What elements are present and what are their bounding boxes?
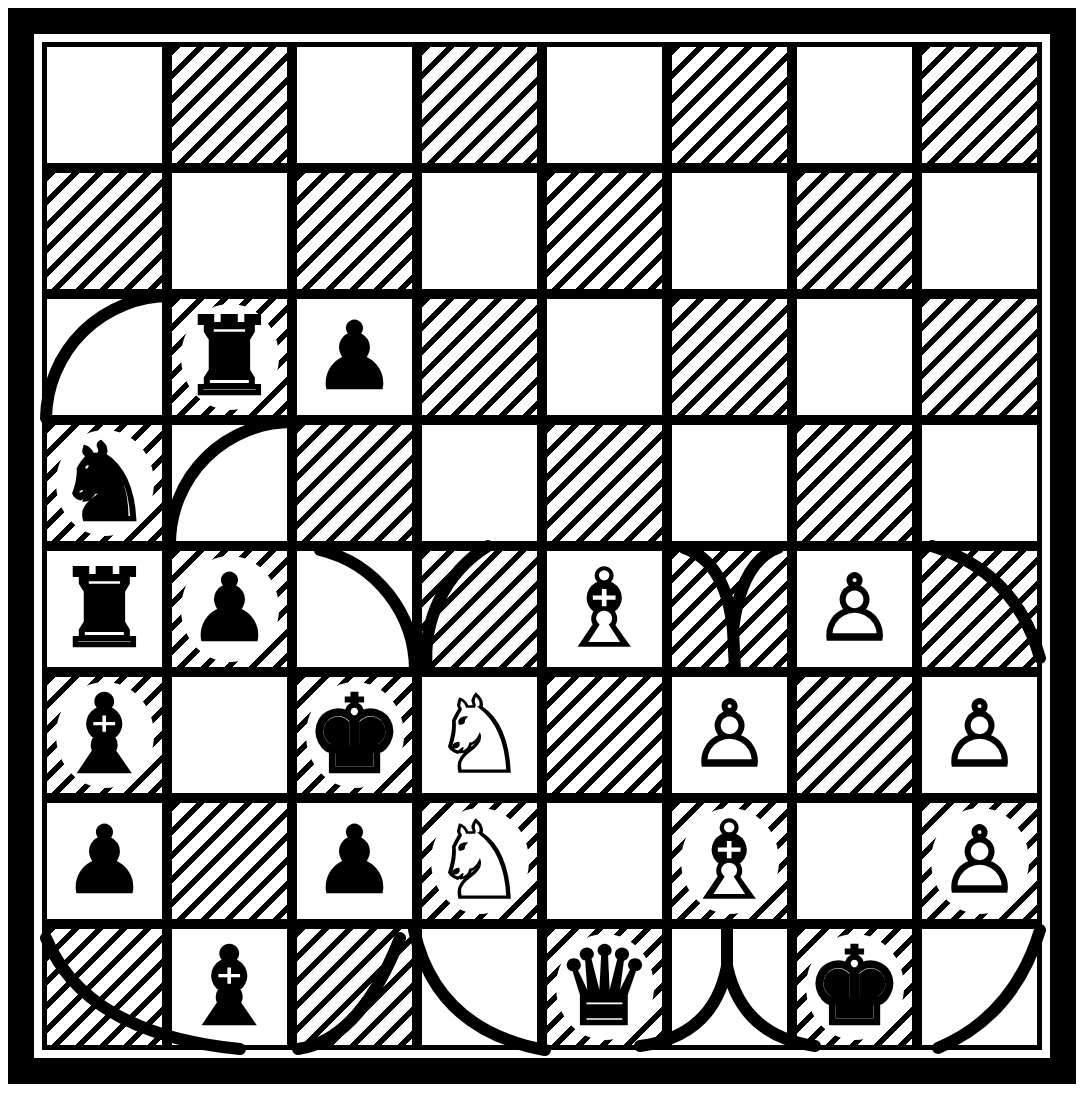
white-pawn-h2[interactable]: ♙ bbox=[922, 803, 1037, 919]
white-pawn-f3[interactable]: ♙ bbox=[672, 677, 787, 793]
square-h5[interactable] bbox=[922, 425, 1037, 541]
black-pawn-c2[interactable]: ♟ bbox=[297, 803, 412, 919]
square-c8[interactable] bbox=[297, 47, 412, 163]
square-b1[interactable]: ♝ bbox=[172, 929, 287, 1045]
square-a2[interactable]: ♟ bbox=[47, 803, 162, 919]
square-b8[interactable] bbox=[172, 47, 287, 163]
square-b3[interactable] bbox=[172, 677, 287, 793]
black-king-c3[interactable]: ♚ bbox=[297, 677, 412, 793]
square-g1[interactable]: ♚ bbox=[797, 929, 912, 1045]
square-h3[interactable]: ♙ bbox=[922, 677, 1037, 793]
square-f4[interactable] bbox=[672, 551, 787, 667]
square-f1[interactable] bbox=[672, 929, 787, 1045]
square-f5[interactable] bbox=[672, 425, 787, 541]
black-pawn-c6[interactable]: ♟ bbox=[297, 299, 412, 415]
square-h2[interactable]: ♙ bbox=[922, 803, 1037, 919]
square-a7[interactable] bbox=[47, 173, 162, 289]
black-pawn-b4[interactable]: ♟ bbox=[172, 551, 287, 667]
chess-board: ♜♟♞♜♟♗♙♝♚♘♙♙♟♟♘♗♙♝♛♚ bbox=[42, 42, 1042, 1050]
black-rook-b6[interactable]: ♜ bbox=[172, 299, 287, 415]
square-e4[interactable]: ♗ bbox=[547, 551, 662, 667]
square-d3[interactable]: ♘ bbox=[422, 677, 537, 793]
square-a3[interactable]: ♝ bbox=[47, 677, 162, 793]
square-c4[interactable] bbox=[297, 551, 412, 667]
white-bishop-f2[interactable]: ♗ bbox=[672, 803, 787, 919]
square-c3[interactable]: ♚ bbox=[297, 677, 412, 793]
square-e3[interactable] bbox=[547, 677, 662, 793]
square-c1[interactable] bbox=[297, 929, 412, 1045]
square-c6[interactable]: ♟ bbox=[297, 299, 412, 415]
square-b4[interactable]: ♟ bbox=[172, 551, 287, 667]
square-f6[interactable] bbox=[672, 299, 787, 415]
square-a4[interactable]: ♜ bbox=[47, 551, 162, 667]
square-e6[interactable] bbox=[547, 299, 662, 415]
square-f3[interactable]: ♙ bbox=[672, 677, 787, 793]
square-a8[interactable] bbox=[47, 47, 162, 163]
board-frame: ♜♟♞♜♟♗♙♝♚♘♙♙♟♟♘♗♙♝♛♚ bbox=[8, 8, 1076, 1084]
white-queen-e1[interactable]: ♛ bbox=[547, 929, 662, 1045]
black-bishop-b1[interactable]: ♝ bbox=[172, 929, 287, 1045]
square-g5[interactable] bbox=[797, 425, 912, 541]
square-c2[interactable]: ♟ bbox=[297, 803, 412, 919]
square-d5[interactable] bbox=[422, 425, 537, 541]
white-knight-d3[interactable]: ♘ bbox=[422, 677, 537, 793]
black-bishop-a3[interactable]: ♝ bbox=[47, 677, 162, 793]
square-g8[interactable] bbox=[797, 47, 912, 163]
black-knight-a5[interactable]: ♞ bbox=[47, 425, 162, 541]
square-b6[interactable]: ♜ bbox=[172, 299, 287, 415]
white-bishop-e4[interactable]: ♗ bbox=[547, 551, 662, 667]
square-d2[interactable]: ♘ bbox=[422, 803, 537, 919]
square-g4[interactable]: ♙ bbox=[797, 551, 912, 667]
square-e2[interactable] bbox=[547, 803, 662, 919]
square-h6[interactable] bbox=[922, 299, 1037, 415]
square-h8[interactable] bbox=[922, 47, 1037, 163]
square-d6[interactable] bbox=[422, 299, 537, 415]
square-g3[interactable] bbox=[797, 677, 912, 793]
white-pawn-g4[interactable]: ♙ bbox=[797, 551, 912, 667]
square-d4[interactable] bbox=[422, 551, 537, 667]
square-c5[interactable] bbox=[297, 425, 412, 541]
square-c7[interactable] bbox=[297, 173, 412, 289]
square-f8[interactable] bbox=[672, 47, 787, 163]
square-a1[interactable] bbox=[47, 929, 162, 1045]
square-a5[interactable]: ♞ bbox=[47, 425, 162, 541]
square-e1[interactable]: ♛ bbox=[547, 929, 662, 1045]
white-king-g1[interactable]: ♚ bbox=[797, 929, 912, 1045]
square-h4[interactable] bbox=[922, 551, 1037, 667]
square-f7[interactable] bbox=[672, 173, 787, 289]
square-h1[interactable] bbox=[922, 929, 1037, 1045]
square-b2[interactable] bbox=[172, 803, 287, 919]
square-d1[interactable] bbox=[422, 929, 537, 1045]
square-d8[interactable] bbox=[422, 47, 537, 163]
black-rook-a4[interactable]: ♜ bbox=[47, 551, 162, 667]
engraved-chess-diagram: ♜♟♞♜♟♗♙♝♚♘♙♙♟♟♘♗♙♝♛♚ bbox=[0, 0, 1088, 1105]
square-f2[interactable]: ♗ bbox=[672, 803, 787, 919]
white-knight-d2[interactable]: ♘ bbox=[422, 803, 537, 919]
square-g2[interactable] bbox=[797, 803, 912, 919]
square-h7[interactable] bbox=[922, 173, 1037, 289]
square-e5[interactable] bbox=[547, 425, 662, 541]
square-e8[interactable] bbox=[547, 47, 662, 163]
square-b7[interactable] bbox=[172, 173, 287, 289]
square-a6[interactable] bbox=[47, 299, 162, 415]
square-g7[interactable] bbox=[797, 173, 912, 289]
square-e7[interactable] bbox=[547, 173, 662, 289]
black-pawn-a2[interactable]: ♟ bbox=[47, 803, 162, 919]
white-pawn-h3[interactable]: ♙ bbox=[922, 677, 1037, 793]
square-g6[interactable] bbox=[797, 299, 912, 415]
square-b5[interactable] bbox=[172, 425, 287, 541]
square-d7[interactable] bbox=[422, 173, 537, 289]
